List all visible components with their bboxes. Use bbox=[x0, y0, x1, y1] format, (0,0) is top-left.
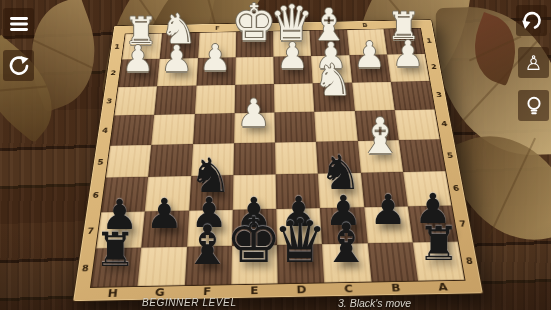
opponent-button[interactable]: ♙ bbox=[518, 47, 549, 78]
piece-white-pawn[interactable]: ♟ bbox=[237, 95, 271, 133]
move-status: 3. Black's move bbox=[338, 297, 411, 309]
piece-white-pawn[interactable]: ♟ bbox=[199, 40, 231, 76]
piece-white-king[interactable]: ♚ bbox=[231, 0, 276, 49]
restart-button[interactable] bbox=[3, 50, 34, 81]
piece-white-pawn[interactable]: ♟ bbox=[392, 37, 424, 73]
piece-black-bishop[interactable]: ♝ bbox=[183, 218, 232, 272]
undo-button[interactable] bbox=[516, 5, 547, 36]
menu-button[interactable] bbox=[3, 8, 34, 39]
piece-black-bishop[interactable]: ♝ bbox=[322, 215, 371, 269]
piece-black-rook[interactable]: ♜ bbox=[418, 221, 460, 268]
piece-black-rook[interactable]: ♜ bbox=[94, 228, 136, 275]
hamburger-icon bbox=[8, 13, 30, 35]
piece-black-pawn[interactable]: ♟ bbox=[146, 194, 183, 235]
pawn-outline-icon: ♙ bbox=[525, 53, 543, 73]
pieces-layer: ♜♝♛♚♞♜♟♟♟♟♟♟♟♞♟♝♞♞♟♟♟♟♟♟♟♟♜♝♛♚♝♜ bbox=[0, 0, 551, 310]
piece-white-pawn[interactable]: ♟ bbox=[354, 37, 386, 73]
piece-white-pawn[interactable]: ♟ bbox=[161, 41, 193, 77]
hint-button[interactable] bbox=[518, 90, 549, 121]
undo-curved-arrow-icon bbox=[521, 10, 543, 32]
lightbulb-icon bbox=[523, 95, 545, 117]
restart-circular-arrow-icon bbox=[8, 55, 30, 77]
piece-white-bishop[interactable]: ♝ bbox=[358, 113, 402, 163]
piece-white-pawn[interactable]: ♟ bbox=[276, 39, 308, 75]
piece-black-pawn[interactable]: ♟ bbox=[369, 190, 406, 231]
piece-black-king[interactable]: ♚ bbox=[226, 209, 282, 271]
piece-white-pawn[interactable]: ♟ bbox=[122, 42, 154, 78]
app-screen: HHGGFFEEDDCCBBAA1122334455667788 ♜♝♛♚♞♜♟… bbox=[0, 0, 551, 310]
level-label: BEGINNER LEVEL bbox=[142, 297, 237, 308]
piece-white-knight[interactable]: ♞ bbox=[314, 58, 353, 101]
